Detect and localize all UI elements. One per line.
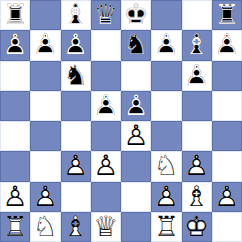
square-b8[interactable] [30,0,60,30]
piece-black-rook-h8[interactable]: ♜♖ [212,0,242,30]
piece-glyph-detail: ♘ [61,61,91,91]
piece-glyph-detail: ♙ [0,182,30,212]
piece-white-pawn-c3[interactable]: ♟♙ [61,151,91,181]
square-d8[interactable]: ♛♕ [91,0,121,30]
piece-glyph-detail: ♕ [91,0,121,30]
square-e6[interactable] [121,61,151,91]
square-c6[interactable]: ♞♘ [61,61,91,91]
square-a3[interactable] [0,151,30,181]
piece-black-king-e8[interactable]: ♚♔ [121,0,151,30]
square-g6[interactable]: ♟♙ [182,61,212,91]
square-b3[interactable] [30,151,60,181]
square-d7[interactable] [91,30,121,60]
square-d1[interactable]: ♛♕ [91,212,121,242]
piece-black-bishop-g7[interactable]: ♝♗ [182,30,212,60]
piece-glyph-detail: ♙ [61,30,91,60]
piece-glyph-detail: ♙ [91,151,121,181]
square-c1[interactable]: ♝♗ [61,212,91,242]
square-e1[interactable] [121,212,151,242]
square-f6[interactable] [151,61,181,91]
square-f4[interactable] [151,121,181,151]
piece-glyph-detail: ♙ [30,182,60,212]
square-c8[interactable]: ♝♗ [61,0,91,30]
square-h6[interactable] [212,61,242,91]
piece-black-pawn-a7[interactable]: ♟♙ [0,30,30,60]
piece-glyph-detail: ♙ [121,121,151,151]
square-b1[interactable]: ♞♘ [30,212,60,242]
piece-glyph-detail: ♙ [151,182,181,212]
piece-white-bishop-g2[interactable]: ♝♗ [182,182,212,212]
square-h3[interactable] [212,151,242,181]
piece-black-knight-e7[interactable]: ♞♘ [121,30,151,60]
square-h8[interactable]: ♜♖ [212,0,242,30]
piece-black-pawn-f7[interactable]: ♟♙ [151,30,181,60]
piece-glyph-detail: ♗ [182,30,212,60]
piece-white-pawn-g3[interactable]: ♟♙ [182,151,212,181]
square-a6[interactable] [0,61,30,91]
piece-white-pawn-e4[interactable]: ♟♙ [121,121,151,151]
piece-glyph-detail: ♙ [212,30,242,60]
piece-glyph-detail: ♙ [182,151,212,181]
piece-glyph-detail: ♖ [151,212,181,242]
piece-glyph-detail: ♘ [151,151,181,181]
square-f7[interactable]: ♟♙ [151,30,181,60]
square-b4[interactable] [30,121,60,151]
piece-white-pawn-f2[interactable]: ♟♙ [151,182,181,212]
square-e3[interactable] [121,151,151,181]
square-g4[interactable] [182,121,212,151]
piece-glyph-detail: ♙ [61,151,91,181]
square-a1[interactable]: ♜♖ [0,212,30,242]
piece-glyph-detail: ♙ [30,30,60,60]
square-d2[interactable] [91,182,121,212]
square-d6[interactable] [91,61,121,91]
piece-glyph-detail: ♗ [182,182,212,212]
square-g2[interactable]: ♝♗ [182,182,212,212]
square-h1[interactable] [212,212,242,242]
piece-black-pawn-h7[interactable]: ♟♙ [212,30,242,60]
piece-glyph-detail: ♔ [182,212,212,242]
square-h4[interactable] [212,121,242,151]
square-a7[interactable]: ♟♙ [0,30,30,60]
piece-white-bishop-c1[interactable]: ♝♗ [61,212,91,242]
chess-board: ♜♖♝♗♛♕♚♔♜♖♟♙♟♙♟♙♞♘♟♙♝♗♟♙♞♘♟♙♟♙♟♙♟♙♟♙♟♙♞♘… [0,0,242,242]
square-c7[interactable]: ♟♙ [61,30,91,60]
square-d5[interactable]: ♟♙ [91,91,121,121]
square-f8[interactable] [151,0,181,30]
square-f5[interactable] [151,91,181,121]
square-e8[interactable]: ♚♔ [121,0,151,30]
piece-glyph-detail: ♙ [212,182,242,212]
piece-black-bishop-c8[interactable]: ♝♗ [61,0,91,30]
piece-white-knight-f3[interactable]: ♞♘ [151,151,181,181]
piece-white-pawn-h2[interactable]: ♟♙ [212,182,242,212]
piece-black-rook-a8[interactable]: ♜♖ [0,0,30,30]
square-b6[interactable] [30,61,60,91]
piece-glyph-detail: ♔ [121,0,151,30]
piece-white-king-g1[interactable]: ♚♔ [182,212,212,242]
piece-black-knight-c6[interactable]: ♞♘ [61,61,91,91]
square-d4[interactable] [91,121,121,151]
square-a4[interactable] [0,121,30,151]
square-c5[interactable] [61,91,91,121]
piece-glyph-detail: ♗ [61,212,91,242]
square-e7[interactable]: ♞♘ [121,30,151,60]
square-f1[interactable]: ♜♖ [151,212,181,242]
piece-glyph-detail: ♖ [0,212,30,242]
piece-white-pawn-a2[interactable]: ♟♙ [0,182,30,212]
square-g5[interactable] [182,91,212,121]
square-b7[interactable]: ♟♙ [30,30,60,60]
square-h7[interactable]: ♟♙ [212,30,242,60]
piece-white-knight-b1[interactable]: ♞♘ [30,212,60,242]
square-e5[interactable]: ♟♙ [121,91,151,121]
piece-white-rook-f1[interactable]: ♜♖ [151,212,181,242]
square-h5[interactable] [212,91,242,121]
square-g1[interactable]: ♚♔ [182,212,212,242]
square-a8[interactable]: ♜♖ [0,0,30,30]
piece-black-pawn-c7[interactable]: ♟♙ [61,30,91,60]
square-g7[interactable]: ♝♗ [182,30,212,60]
square-c3[interactable]: ♟♙ [61,151,91,181]
piece-glyph-detail: ♙ [151,30,181,60]
piece-glyph-detail: ♙ [121,91,151,121]
piece-black-pawn-g6[interactable]: ♟♙ [182,61,212,91]
square-a2[interactable]: ♟♙ [0,182,30,212]
square-f3[interactable]: ♞♘ [151,151,181,181]
piece-white-pawn-b2[interactable]: ♟♙ [30,182,60,212]
piece-glyph-detail: ♖ [0,0,30,30]
square-d3[interactable]: ♟♙ [91,151,121,181]
piece-black-pawn-b7[interactable]: ♟♙ [30,30,60,60]
piece-black-queen-d8[interactable]: ♛♕ [91,0,121,30]
piece-white-rook-a1[interactable]: ♜♖ [0,212,30,242]
square-g3[interactable]: ♟♙ [182,151,212,181]
piece-white-queen-d1[interactable]: ♛♕ [91,212,121,242]
square-h2[interactable]: ♟♙ [212,182,242,212]
square-c4[interactable] [61,121,91,151]
square-c2[interactable] [61,182,91,212]
piece-glyph-detail: ♘ [121,30,151,60]
piece-white-pawn-d3[interactable]: ♟♙ [91,151,121,181]
piece-glyph-detail: ♙ [91,91,121,121]
piece-black-pawn-e5[interactable]: ♟♙ [121,91,151,121]
square-e2[interactable] [121,182,151,212]
square-e4[interactable]: ♟♙ [121,121,151,151]
square-f2[interactable]: ♟♙ [151,182,181,212]
piece-glyph-detail: ♘ [30,212,60,242]
piece-glyph-detail: ♙ [0,30,30,60]
square-b5[interactable] [30,91,60,121]
square-b2[interactable]: ♟♙ [30,182,60,212]
piece-glyph-detail: ♗ [61,0,91,30]
piece-black-pawn-d5[interactable]: ♟♙ [91,91,121,121]
piece-glyph-detail: ♕ [91,212,121,242]
piece-glyph-detail: ♙ [182,61,212,91]
piece-glyph-detail: ♖ [212,0,242,30]
square-g8[interactable] [182,0,212,30]
square-a5[interactable] [0,91,30,121]
